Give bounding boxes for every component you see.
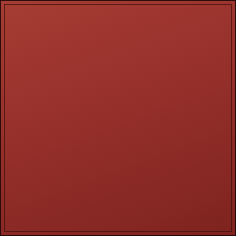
chess-board xyxy=(5,5,231,231)
board-frame xyxy=(0,0,236,236)
